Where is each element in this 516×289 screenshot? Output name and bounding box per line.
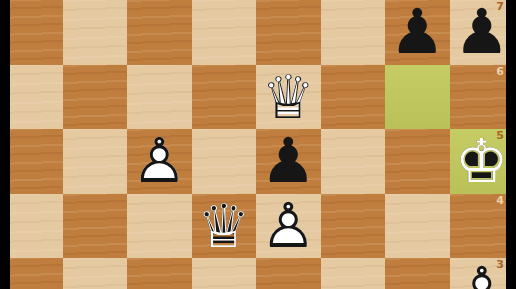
black-king[interactable]: ♚♔ (450, 129, 515, 194)
square-h3[interactable]: 3♟♙ (450, 258, 515, 289)
white-pawn[interactable]: ♟♙ (256, 194, 321, 259)
square-c6[interactable] (127, 65, 192, 130)
letterbox-right (506, 0, 516, 289)
square-e6[interactable]: ♛♕ (256, 65, 321, 130)
square-g7[interactable]: ♟ (385, 0, 450, 65)
square-e3[interactable] (256, 258, 321, 289)
square-d4[interactable]: ♛♕ (192, 194, 257, 259)
square-e5[interactable]: ♟ (256, 129, 321, 194)
square-c7[interactable] (127, 0, 192, 65)
square-c5[interactable]: ♟♙ (127, 129, 192, 194)
white-pawn[interactable]: ♟♙ (127, 129, 192, 194)
black-pawn-glyph: ♟ (450, 0, 515, 65)
black-pawn-glyph: ♟ (385, 0, 450, 65)
letterbox-left (0, 0, 10, 289)
white-queen[interactable]: ♛♕ (256, 65, 321, 130)
square-b4[interactable] (63, 194, 128, 259)
square-f4[interactable] (321, 194, 386, 259)
square-d5[interactable] (192, 129, 257, 194)
chess-board-viewport: ♟7♟♛♕6♟♙♟5♚♔♛♕♟♙43♟♙ (0, 0, 516, 289)
black-pawn[interactable]: ♟ (450, 0, 515, 65)
square-b3[interactable] (63, 258, 128, 289)
piece-detail: ♔ (450, 129, 515, 194)
square-h5[interactable]: 5♚♔ (450, 129, 515, 194)
rank-label-5: 5 (496, 130, 504, 142)
white-pawn[interactable]: ♟♙ (450, 258, 515, 289)
black-pawn[interactable]: ♟ (256, 129, 321, 194)
piece-outline: ♕ (256, 65, 321, 130)
rank-label-4: 4 (496, 195, 504, 207)
piece-detail: ♕ (192, 194, 257, 259)
square-g3[interactable] (385, 258, 450, 289)
square-f7[interactable] (321, 0, 386, 65)
rank-label-6: 6 (496, 66, 504, 78)
square-c4[interactable] (127, 194, 192, 259)
black-queen[interactable]: ♛♕ (192, 194, 257, 259)
square-h4[interactable]: 4 (450, 194, 515, 259)
square-b7[interactable] (63, 0, 128, 65)
square-d7[interactable] (192, 0, 257, 65)
chess-board[interactable]: ♟7♟♛♕6♟♙♟5♚♔♛♕♟♙43♟♙ (0, 0, 514, 289)
square-b5[interactable] (63, 129, 128, 194)
square-c3[interactable] (127, 258, 192, 289)
square-h6[interactable]: 6 (450, 65, 515, 130)
square-b6[interactable] (63, 65, 128, 130)
black-pawn[interactable]: ♟ (385, 0, 450, 65)
square-e7[interactable] (256, 0, 321, 65)
square-e4[interactable]: ♟♙ (256, 194, 321, 259)
square-h7[interactable]: 7♟ (450, 0, 515, 65)
square-d6[interactable] (192, 65, 257, 130)
piece-outline: ♙ (450, 258, 515, 289)
piece-outline: ♙ (256, 194, 321, 259)
square-d3[interactable] (192, 258, 257, 289)
square-f3[interactable] (321, 258, 386, 289)
square-g6[interactable] (385, 65, 450, 130)
rank-label-7: 7 (496, 1, 504, 13)
square-f6[interactable] (321, 65, 386, 130)
square-g5[interactable] (385, 129, 450, 194)
square-g4[interactable] (385, 194, 450, 259)
rank-label-3: 3 (496, 259, 504, 271)
piece-outline: ♙ (127, 129, 192, 194)
square-f5[interactable] (321, 129, 386, 194)
black-pawn-glyph: ♟ (256, 129, 321, 194)
